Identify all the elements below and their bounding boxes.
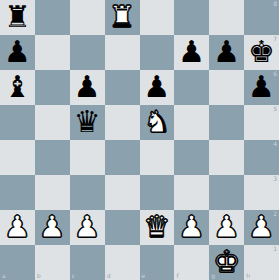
piece-black-pawn: ♟ (213, 37, 240, 67)
piece-white-king: ♚ (213, 247, 240, 277)
square-e8[interactable] (140, 0, 175, 35)
square-f4[interactable] (174, 140, 209, 175)
square-f7[interactable]: ♟ (174, 35, 209, 70)
square-g1[interactable]: ♚g (209, 245, 244, 280)
square-f3[interactable] (174, 175, 209, 210)
square-h1[interactable]: 1h (244, 245, 279, 280)
square-g4[interactable] (209, 140, 244, 175)
piece-black-queen: ♛ (74, 107, 101, 137)
square-b3[interactable] (35, 175, 70, 210)
square-h2[interactable]: ♟2 (244, 210, 279, 245)
coord-rank-8: 8 (273, 1, 277, 7)
square-e3[interactable] (140, 175, 175, 210)
square-a8[interactable]: ♜ (0, 0, 35, 35)
coord-file-h: h (246, 273, 250, 279)
square-b8[interactable] (35, 0, 70, 35)
piece-black-pawn: ♟ (74, 72, 101, 102)
square-e6[interactable]: ♟ (140, 70, 175, 105)
square-a2[interactable]: ♟ (0, 210, 35, 245)
piece-black-king: ♚ (248, 37, 275, 67)
coord-file-d: d (107, 273, 111, 279)
coord-file-a: a (2, 273, 6, 279)
square-a5[interactable] (0, 105, 35, 140)
coord-file-f: f (176, 273, 178, 279)
piece-white-queen: ♛ (143, 212, 170, 242)
piece-black-rook: ♜ (4, 2, 31, 32)
square-b1[interactable]: b (35, 245, 70, 280)
coord-rank-3: 3 (273, 176, 277, 182)
square-g7[interactable]: ♟ (209, 35, 244, 70)
square-h3[interactable]: 3 (244, 175, 279, 210)
piece-white-pawn: ♟ (213, 212, 240, 242)
square-h7[interactable]: ♚7 (244, 35, 279, 70)
coord-rank-1: 1 (273, 246, 277, 252)
square-g2[interactable]: ♟ (209, 210, 244, 245)
square-c1[interactable]: c (70, 245, 105, 280)
square-a1[interactable]: a (0, 245, 35, 280)
piece-white-pawn: ♟ (178, 212, 205, 242)
piece-white-knight: ♞ (143, 107, 170, 137)
square-f1[interactable]: f (174, 245, 209, 280)
square-c2[interactable]: ♟ (70, 210, 105, 245)
square-e7[interactable] (140, 35, 175, 70)
square-d7[interactable] (105, 35, 140, 70)
coord-rank-5: 5 (273, 106, 277, 112)
square-d2[interactable] (105, 210, 140, 245)
square-b2[interactable]: ♟ (35, 210, 70, 245)
piece-white-pawn: ♟ (39, 212, 66, 242)
chess-diagram: ♜♜8♟♟♟♚7♝♟♟♟6♛♞543♟♟♟♛♟♟♟2abcdef♚g1h (0, 0, 279, 280)
square-e5[interactable]: ♞ (140, 105, 175, 140)
coord-file-e: e (142, 273, 146, 279)
piece-white-pawn: ♟ (4, 212, 31, 242)
square-h5[interactable]: 5 (244, 105, 279, 140)
square-a3[interactable] (0, 175, 35, 210)
square-h4[interactable]: 4 (244, 140, 279, 175)
coord-file-b: b (37, 273, 41, 279)
square-d6[interactable] (105, 70, 140, 105)
piece-white-pawn: ♟ (74, 212, 101, 242)
square-c3[interactable] (70, 175, 105, 210)
square-a4[interactable] (0, 140, 35, 175)
square-c4[interactable] (70, 140, 105, 175)
square-c8[interactable] (70, 0, 105, 35)
square-b6[interactable] (35, 70, 70, 105)
square-b5[interactable] (35, 105, 70, 140)
square-f6[interactable] (174, 70, 209, 105)
square-f5[interactable] (174, 105, 209, 140)
square-g3[interactable] (209, 175, 244, 210)
square-d5[interactable] (105, 105, 140, 140)
square-h8[interactable]: 8 (244, 0, 279, 35)
coord-rank-4: 4 (273, 141, 277, 147)
square-e4[interactable] (140, 140, 175, 175)
square-e1[interactable]: e (140, 245, 175, 280)
square-c5[interactable]: ♛ (70, 105, 105, 140)
square-h6[interactable]: ♟6 (244, 70, 279, 105)
square-g6[interactable] (209, 70, 244, 105)
square-d8[interactable]: ♜ (105, 0, 140, 35)
square-d3[interactable] (105, 175, 140, 210)
piece-black-pawn: ♟ (178, 37, 205, 67)
square-f8[interactable] (174, 0, 209, 35)
piece-white-pawn: ♟ (248, 212, 275, 242)
square-a7[interactable]: ♟ (0, 35, 35, 70)
square-f2[interactable]: ♟ (174, 210, 209, 245)
square-d1[interactable]: d (105, 245, 140, 280)
square-g8[interactable] (209, 0, 244, 35)
chess-board: ♜♜8♟♟♟♚7♝♟♟♟6♛♞543♟♟♟♛♟♟♟2abcdef♚g1h (0, 0, 279, 280)
square-b7[interactable] (35, 35, 70, 70)
square-a6[interactable]: ♝ (0, 70, 35, 105)
square-d4[interactable] (105, 140, 140, 175)
coord-file-c: c (72, 273, 75, 279)
square-b4[interactable] (35, 140, 70, 175)
piece-black-pawn: ♟ (143, 72, 170, 102)
square-g5[interactable] (209, 105, 244, 140)
piece-black-pawn: ♟ (248, 72, 275, 102)
square-c7[interactable] (70, 35, 105, 70)
square-c6[interactable]: ♟ (70, 70, 105, 105)
piece-black-bishop: ♝ (4, 72, 31, 102)
piece-white-rook: ♜ (109, 2, 136, 32)
square-e2[interactable]: ♛ (140, 210, 175, 245)
piece-black-pawn: ♟ (4, 37, 31, 67)
